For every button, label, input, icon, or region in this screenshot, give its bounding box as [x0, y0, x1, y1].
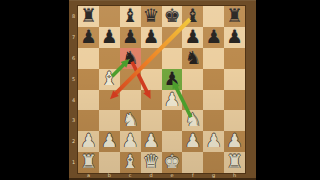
file-label-b: b: [99, 172, 120, 180]
square-c2: ♟: [120, 131, 141, 152]
piece-black-pawn-f7: ♟: [185, 26, 202, 47]
square-c6: ♞: [120, 48, 141, 69]
square-e2: [162, 131, 183, 152]
square-g5: [203, 69, 224, 90]
square-a3: [78, 110, 99, 131]
file-label-h: h: [224, 172, 245, 180]
square-d4: [141, 90, 162, 111]
square-c5: [120, 69, 141, 90]
square-a7: ♟: [78, 27, 99, 48]
square-g4: [203, 90, 224, 111]
piece-white-pawn-d2: ♟: [143, 131, 160, 152]
square-g1: [203, 152, 224, 173]
piece-white-knight-f3: ♞: [185, 110, 202, 131]
square-b5: ♝: [99, 69, 120, 90]
piece-white-rook-a1: ♜: [80, 152, 97, 173]
square-h4: [224, 90, 245, 111]
rank-label-3: 3: [69, 110, 78, 131]
square-f2: ♟: [182, 131, 203, 152]
square-f8: ♝: [182, 6, 203, 27]
piece-black-pawn-d7: ♟: [143, 26, 160, 47]
square-f6: ♞: [182, 48, 203, 69]
square-b6: [99, 48, 120, 69]
square-e3: [162, 110, 183, 131]
piece-black-rook-a8: ♜: [80, 6, 97, 27]
square-a2: ♟: [78, 131, 99, 152]
square-a6: [78, 48, 99, 69]
piece-black-king-e8: ♚: [164, 6, 181, 27]
square-h7: ♟: [224, 27, 245, 48]
square-c8: ♝: [120, 6, 141, 27]
square-g2: ♟: [203, 131, 224, 152]
square-h8: ♜: [224, 6, 245, 27]
square-h2: ♟: [224, 131, 245, 152]
piece-white-queen-d1: ♛: [143, 152, 160, 173]
square-a8: ♜: [78, 6, 99, 27]
file-label-d: d: [141, 172, 162, 180]
piece-black-pawn-b7: ♟: [101, 26, 118, 47]
piece-white-pawn-h2: ♟: [226, 131, 243, 152]
piece-black-pawn-a7: ♟: [80, 26, 97, 47]
square-g7: ♟: [203, 27, 224, 48]
rank-label-4: 4: [69, 90, 78, 111]
rank-label-1: 1: [69, 152, 78, 173]
chess-board: ♜♝♛♚♝♜♟♟♟♟♟♟♟♞♞♝♟♟♞♞♟♟♟♟♟♟♟♜♝♛♚♜: [78, 6, 245, 173]
chess-thumbnail: 87654321 ♜♝♛♚♝♜♟♟♟♟♟♟♟♞♞♝♟♟♞♞♟♟♟♟♟♟♟♜♝♛♚…: [0, 0, 320, 180]
square-g3: [203, 110, 224, 131]
square-d5: [141, 69, 162, 90]
square-a4: [78, 90, 99, 111]
square-g6: [203, 48, 224, 69]
square-b2: ♟: [99, 131, 120, 152]
square-a1: ♜: [78, 152, 99, 173]
square-e8: ♚: [162, 6, 183, 27]
square-c7: ♟: [120, 27, 141, 48]
square-f3: ♞: [182, 110, 203, 131]
square-b1: [99, 152, 120, 173]
piece-white-bishop-b5: ♝: [101, 68, 118, 89]
square-d1: ♛: [141, 152, 162, 173]
square-e6: [162, 48, 183, 69]
square-a5: [78, 69, 99, 90]
piece-white-pawn-c2: ♟: [122, 131, 139, 152]
piece-black-pawn-e5: ♟: [164, 68, 181, 89]
square-b3: [99, 110, 120, 131]
square-b7: ♟: [99, 27, 120, 48]
piece-black-pawn-c7: ♟: [122, 26, 139, 47]
square-e1: ♚: [162, 152, 183, 173]
file-labels: abcdefgh: [78, 172, 245, 180]
piece-white-pawn-e4: ♟: [164, 89, 181, 110]
piece-black-knight-f6: ♞: [185, 47, 202, 68]
square-e7: [162, 27, 183, 48]
piece-black-queen-d8: ♛: [143, 6, 160, 27]
piece-black-knight-c6: ♞: [122, 47, 139, 68]
square-f7: ♟: [182, 27, 203, 48]
square-h3: [224, 110, 245, 131]
piece-white-bishop-c1: ♝: [122, 152, 139, 173]
piece-black-pawn-h7: ♟: [226, 26, 243, 47]
square-f1: [182, 152, 203, 173]
rank-label-6: 6: [69, 48, 78, 69]
piece-white-pawn-a2: ♟: [80, 131, 97, 152]
square-e5: ♟: [162, 69, 183, 90]
file-label-c: c: [120, 172, 141, 180]
rank-label-8: 8: [69, 6, 78, 27]
board-frame: 87654321 ♜♝♛♚♝♜♟♟♟♟♟♟♟♞♞♝♟♟♞♞♟♟♟♟♟♟♟♜♝♛♚…: [69, 0, 256, 180]
piece-white-pawn-b2: ♟: [101, 131, 118, 152]
piece-black-rook-h8: ♜: [226, 6, 243, 27]
rank-label-2: 2: [69, 131, 78, 152]
piece-white-pawn-f2: ♟: [185, 131, 202, 152]
rank-labels: 87654321: [69, 6, 78, 173]
square-d6: [141, 48, 162, 69]
square-d8: ♛: [141, 6, 162, 27]
file-label-e: e: [162, 172, 183, 180]
square-h5: [224, 69, 245, 90]
square-f5: [182, 69, 203, 90]
piece-black-bishop-f8: ♝: [185, 6, 202, 27]
square-d2: ♟: [141, 131, 162, 152]
square-g8: [203, 6, 224, 27]
square-h1: ♜: [224, 152, 245, 173]
rank-label-7: 7: [69, 27, 78, 48]
square-c1: ♝: [120, 152, 141, 173]
square-f4: [182, 90, 203, 111]
piece-black-pawn-g7: ♟: [205, 26, 222, 47]
square-d3: [141, 110, 162, 131]
piece-white-pawn-g2: ♟: [205, 131, 222, 152]
square-d7: ♟: [141, 27, 162, 48]
square-c4: [120, 90, 141, 111]
square-e4: ♟: [162, 90, 183, 111]
piece-white-rook-h1: ♜: [226, 152, 243, 173]
file-label-a: a: [78, 172, 99, 180]
piece-white-knight-c3: ♞: [122, 110, 139, 131]
square-b4: [99, 90, 120, 111]
piece-white-king-e1: ♚: [164, 152, 181, 173]
square-b8: [99, 6, 120, 27]
square-h6: [224, 48, 245, 69]
file-label-g: g: [203, 172, 224, 180]
rank-label-5: 5: [69, 69, 78, 90]
file-label-f: f: [182, 172, 203, 180]
piece-black-bishop-c8: ♝: [122, 6, 139, 27]
square-c3: ♞: [120, 110, 141, 131]
